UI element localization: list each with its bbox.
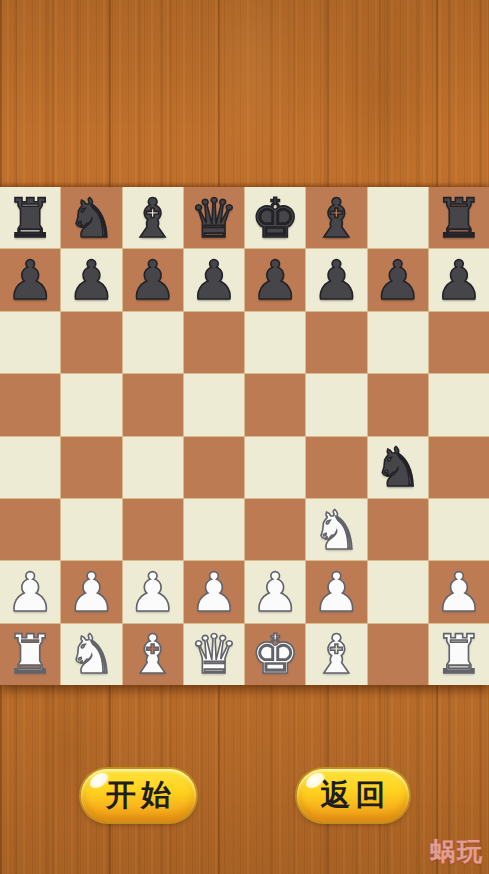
square-b8[interactable]: ♞ xyxy=(61,187,121,248)
square-g3[interactable] xyxy=(368,499,428,560)
square-d7[interactable]: ♟ xyxy=(184,249,244,310)
piece-black-pawn[interactable]: ♟ xyxy=(190,254,238,308)
piece-white-pawn[interactable]: ♟ xyxy=(190,566,238,620)
square-f3[interactable]: ♞ xyxy=(306,499,366,560)
piece-white-pawn[interactable]: ♟ xyxy=(128,566,176,620)
square-e2[interactable]: ♟ xyxy=(245,561,305,622)
square-h5[interactable] xyxy=(429,374,489,435)
piece-black-bishop[interactable]: ♝ xyxy=(312,192,360,246)
piece-black-rook[interactable]: ♜ xyxy=(6,192,54,246)
game-screen: ♜♞♝♛♚♝♜♟♟♟♟♟♟♟♟♞♞♟♟♟♟♟♟♟♜♞♝♛♚♝♜ 开始 返回 蜗玩 xyxy=(0,0,489,874)
square-e7[interactable]: ♟ xyxy=(245,249,305,310)
square-d3[interactable] xyxy=(184,499,244,560)
square-b2[interactable]: ♟ xyxy=(61,561,121,622)
square-g4[interactable]: ♞ xyxy=(368,437,428,498)
square-d5[interactable] xyxy=(184,374,244,435)
square-f2[interactable]: ♟ xyxy=(306,561,366,622)
square-a3[interactable] xyxy=(0,499,60,560)
square-a6[interactable] xyxy=(0,312,60,373)
piece-white-pawn[interactable]: ♟ xyxy=(312,566,360,620)
piece-white-pawn[interactable]: ♟ xyxy=(435,566,483,620)
piece-black-pawn[interactable]: ♟ xyxy=(251,254,299,308)
piece-black-queen[interactable]: ♛ xyxy=(190,192,238,246)
square-d1[interactable]: ♛ xyxy=(184,624,244,685)
watermark-logo: 蜗玩 xyxy=(430,835,484,868)
square-g1[interactable] xyxy=(368,624,428,685)
square-c8[interactable]: ♝ xyxy=(123,187,183,248)
square-c1[interactable]: ♝ xyxy=(123,624,183,685)
square-g7[interactable]: ♟ xyxy=(368,249,428,310)
piece-black-pawn[interactable]: ♟ xyxy=(373,254,421,308)
square-c6[interactable] xyxy=(123,312,183,373)
square-g5[interactable] xyxy=(368,374,428,435)
piece-white-rook[interactable]: ♜ xyxy=(435,628,483,682)
piece-black-pawn[interactable]: ♟ xyxy=(67,254,115,308)
start-button[interactable]: 开始 xyxy=(81,769,196,822)
square-b7[interactable]: ♟ xyxy=(61,249,121,310)
square-a4[interactable] xyxy=(0,437,60,498)
piece-white-pawn[interactable]: ♟ xyxy=(67,566,115,620)
piece-black-bishop[interactable]: ♝ xyxy=(128,192,176,246)
chess-board: ♜♞♝♛♚♝♜♟♟♟♟♟♟♟♟♞♞♟♟♟♟♟♟♟♜♞♝♛♚♝♜ xyxy=(0,187,489,685)
square-f6[interactable] xyxy=(306,312,366,373)
square-g8[interactable] xyxy=(368,187,428,248)
square-c7[interactable]: ♟ xyxy=(123,249,183,310)
square-f8[interactable]: ♝ xyxy=(306,187,366,248)
square-a7[interactable]: ♟ xyxy=(0,249,60,310)
square-a5[interactable] xyxy=(0,374,60,435)
piece-white-bishop[interactable]: ♝ xyxy=(312,628,360,682)
square-h6[interactable] xyxy=(429,312,489,373)
piece-black-pawn[interactable]: ♟ xyxy=(6,254,54,308)
square-c4[interactable] xyxy=(123,437,183,498)
piece-white-rook[interactable]: ♜ xyxy=(6,628,54,682)
square-f4[interactable] xyxy=(306,437,366,498)
square-h1[interactable]: ♜ xyxy=(429,624,489,685)
piece-black-pawn[interactable]: ♟ xyxy=(435,254,483,308)
square-g2[interactable] xyxy=(368,561,428,622)
square-b5[interactable] xyxy=(61,374,121,435)
square-d4[interactable] xyxy=(184,437,244,498)
square-h2[interactable]: ♟ xyxy=(429,561,489,622)
piece-black-king[interactable]: ♚ xyxy=(251,192,299,246)
piece-white-pawn[interactable]: ♟ xyxy=(251,566,299,620)
square-f5[interactable] xyxy=(306,374,366,435)
piece-black-knight[interactable]: ♞ xyxy=(67,192,115,246)
piece-white-bishop[interactable]: ♝ xyxy=(128,628,176,682)
piece-black-rook[interactable]: ♜ xyxy=(435,192,483,246)
square-e5[interactable] xyxy=(245,374,305,435)
square-a1[interactable]: ♜ xyxy=(0,624,60,685)
piece-white-knight[interactable]: ♞ xyxy=(67,628,115,682)
square-f1[interactable]: ♝ xyxy=(306,624,366,685)
back-button[interactable]: 返回 xyxy=(297,769,409,822)
square-d8[interactable]: ♛ xyxy=(184,187,244,248)
piece-black-pawn[interactable]: ♟ xyxy=(312,254,360,308)
square-h4[interactable] xyxy=(429,437,489,498)
square-c5[interactable] xyxy=(123,374,183,435)
square-h7[interactable]: ♟ xyxy=(429,249,489,310)
square-a2[interactable]: ♟ xyxy=(0,561,60,622)
square-c3[interactable] xyxy=(123,499,183,560)
square-d6[interactable] xyxy=(184,312,244,373)
square-d2[interactable]: ♟ xyxy=(184,561,244,622)
piece-black-pawn[interactable]: ♟ xyxy=(128,254,176,308)
piece-black-knight[interactable]: ♞ xyxy=(373,441,421,495)
square-e8[interactable]: ♚ xyxy=(245,187,305,248)
square-h3[interactable] xyxy=(429,499,489,560)
square-c2[interactable]: ♟ xyxy=(123,561,183,622)
piece-white-queen[interactable]: ♛ xyxy=(190,628,238,682)
square-e6[interactable] xyxy=(245,312,305,373)
square-b4[interactable] xyxy=(61,437,121,498)
square-b6[interactable] xyxy=(61,312,121,373)
square-h8[interactable]: ♜ xyxy=(429,187,489,248)
square-e1[interactable]: ♚ xyxy=(245,624,305,685)
square-a8[interactable]: ♜ xyxy=(0,187,60,248)
square-e4[interactable] xyxy=(245,437,305,498)
square-g6[interactable] xyxy=(368,312,428,373)
square-b3[interactable] xyxy=(61,499,121,560)
piece-white-pawn[interactable]: ♟ xyxy=(6,566,54,620)
piece-white-knight[interactable]: ♞ xyxy=(312,504,360,558)
square-b1[interactable]: ♞ xyxy=(61,624,121,685)
square-f7[interactable]: ♟ xyxy=(306,249,366,310)
piece-white-king[interactable]: ♚ xyxy=(251,628,299,682)
square-e3[interactable] xyxy=(245,499,305,560)
